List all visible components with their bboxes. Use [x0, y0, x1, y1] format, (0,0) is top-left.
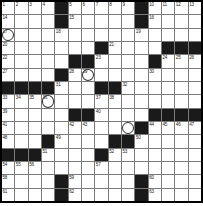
- cell-r7c10[interactable]: 32: [122, 82, 134, 94]
- cell-r2c8[interactable]: [95, 15, 107, 27]
- cell-r11c15[interactable]: [189, 135, 201, 147]
- cell-r14c7[interactable]: [82, 175, 94, 187]
- cell-r4c6[interactable]: [69, 42, 81, 54]
- cell-r14c9[interactable]: [109, 175, 121, 187]
- cell-r6c6[interactable]: 28: [69, 69, 81, 81]
- clue-number: 2: [16, 2, 18, 7]
- cell-r6c14[interactable]: [175, 69, 187, 81]
- clue-number: 24: [162, 55, 167, 60]
- cell-r4c12[interactable]: [149, 42, 161, 54]
- clue-number: 37: [96, 95, 101, 100]
- cell-r13c14[interactable]: [175, 162, 187, 174]
- cell-r2c15[interactable]: [189, 15, 201, 27]
- cell-r2c6[interactable]: 15: [69, 15, 81, 27]
- cell-r3c7[interactable]: [82, 29, 94, 41]
- cell-r12c8: [95, 149, 107, 161]
- cell-r10c1[interactable]: 41: [2, 122, 14, 134]
- cell-r6c3[interactable]: [29, 69, 41, 81]
- clue-number: 16: [149, 15, 154, 20]
- cell-r3c15[interactable]: [189, 29, 201, 41]
- cell-r7c6[interactable]: [69, 82, 81, 94]
- cell-r1c3[interactable]: 3: [29, 2, 41, 14]
- cell-r12c7[interactable]: [82, 149, 94, 161]
- cell-r2c13[interactable]: [162, 15, 174, 27]
- cell-r3c12[interactable]: [149, 29, 161, 41]
- cell-r6c8[interactable]: [95, 69, 107, 81]
- cell-r7c12[interactable]: [149, 82, 161, 94]
- cell-r1c2[interactable]: 2: [15, 2, 27, 14]
- crossword-grid: 1234567891011121314151617181920212223242…: [0, 0, 203, 203]
- clue-number: 18: [56, 29, 61, 34]
- cell-r4c5[interactable]: [55, 42, 67, 54]
- cell-r7c8: [95, 82, 107, 94]
- cell-r13c11[interactable]: [135, 162, 147, 174]
- cell-r14c1[interactable]: 58: [2, 175, 14, 187]
- cell-r13c8[interactable]: 57: [95, 162, 107, 174]
- clue-number: 63: [149, 189, 154, 194]
- cell-r15c5: [55, 189, 67, 201]
- cell-r9c11[interactable]: [135, 109, 147, 121]
- cell-r13c12[interactable]: [149, 162, 161, 174]
- cell-r15c8[interactable]: [95, 189, 107, 201]
- cell-r15c15[interactable]: [189, 189, 201, 201]
- clue-number: 19: [136, 29, 141, 34]
- cell-r7c2: [15, 82, 27, 94]
- cell-r1c1[interactable]: 1: [2, 2, 14, 14]
- cell-r1c9[interactable]: 8: [109, 2, 121, 14]
- clue-number: 53: [122, 149, 127, 154]
- cell-r8c11[interactable]: [135, 95, 147, 107]
- cell-r3c9[interactable]: [109, 29, 121, 41]
- cell-r10c5[interactable]: [55, 122, 67, 134]
- cell-r2c5: [55, 15, 67, 27]
- cell-r7c14[interactable]: [175, 82, 187, 94]
- clue-number: 1: [3, 2, 5, 7]
- cell-r9c5[interactable]: [55, 109, 67, 121]
- cell-r4c7[interactable]: [82, 42, 94, 54]
- cell-r11c13[interactable]: [162, 135, 174, 147]
- clue-number: 14: [3, 15, 8, 20]
- cell-r14c8[interactable]: [95, 175, 107, 187]
- clue-number: 42: [69, 122, 74, 127]
- cell-r4c8: [95, 42, 107, 54]
- cell-r6c4[interactable]: [42, 69, 54, 81]
- clue-number: 13: [189, 2, 194, 7]
- cell-r10c4[interactable]: [42, 122, 54, 134]
- cell-r13c1[interactable]: 54: [2, 162, 14, 174]
- cell-r11c9: [109, 135, 121, 147]
- cell-r10c14[interactable]: 46: [175, 122, 187, 134]
- cell-r4c9[interactable]: 21: [109, 42, 121, 54]
- clue-number: 48: [3, 135, 8, 140]
- clue-number: 23: [96, 55, 101, 60]
- cell-r14c4[interactable]: [42, 175, 54, 187]
- clue-number: 34: [16, 95, 21, 100]
- cell-r2c11: [135, 15, 147, 27]
- cell-r1c7[interactable]: 6: [82, 2, 94, 14]
- cell-r1c12[interactable]: 10: [149, 2, 161, 14]
- clue-number: 25: [176, 55, 181, 60]
- cell-r14c12[interactable]: 60: [149, 175, 161, 187]
- cell-r12c9[interactable]: 52: [109, 149, 121, 161]
- cell-r8c9[interactable]: 38: [109, 95, 121, 107]
- cell-r15c4[interactable]: [42, 189, 54, 201]
- cell-r4c2[interactable]: [15, 42, 27, 54]
- cell-r15c2[interactable]: [15, 189, 27, 201]
- cell-r12c2: [15, 149, 27, 161]
- cell-r5c1[interactable]: 22: [2, 55, 14, 67]
- cell-r2c7[interactable]: [82, 15, 94, 27]
- cell-r5c2[interactable]: [15, 55, 27, 67]
- cell-r12c12[interactable]: [149, 149, 161, 161]
- cell-r1c10[interactable]: 9: [122, 2, 134, 14]
- cell-r6c10[interactable]: [122, 69, 134, 81]
- cell-r13c9[interactable]: [109, 162, 121, 174]
- cell-r15c9[interactable]: [109, 189, 121, 201]
- clue-number: 47: [189, 122, 194, 127]
- cell-r2c12[interactable]: 16: [149, 15, 161, 27]
- cell-r3c6[interactable]: [69, 29, 81, 41]
- cell-r3c1[interactable]: 17: [2, 29, 14, 41]
- cell-r15c11: [135, 189, 147, 201]
- circle-icon: [122, 122, 134, 134]
- cell-r7c11[interactable]: [135, 82, 147, 94]
- cell-r2c9[interactable]: [109, 15, 121, 27]
- clue-number: 15: [69, 15, 74, 20]
- cell-r15c7[interactable]: [82, 189, 94, 201]
- clue-number: 32: [122, 82, 127, 87]
- cell-r10c9[interactable]: [109, 122, 121, 134]
- cell-r13c3[interactable]: 56: [29, 162, 41, 174]
- cell-r9c13: [162, 109, 174, 121]
- cell-r10c15[interactable]: 47: [189, 122, 201, 134]
- cell-r4c1[interactable]: 20: [2, 42, 14, 54]
- cell-r8c1[interactable]: 33: [2, 95, 14, 107]
- clue-number: 61: [3, 189, 8, 194]
- cell-r1c5: [55, 2, 67, 14]
- cell-r14c11: [135, 175, 147, 187]
- cell-r5c14[interactable]: 25: [175, 55, 187, 67]
- cell-r9c7: [82, 109, 94, 121]
- cell-r10c8[interactable]: [95, 122, 107, 134]
- cell-r14c2[interactable]: [15, 175, 27, 187]
- cell-r5c13[interactable]: 24: [162, 55, 174, 67]
- cell-r8c2[interactable]: 34: [15, 95, 27, 107]
- cell-r15c12[interactable]: 63: [149, 189, 161, 201]
- cell-r15c6[interactable]: 62: [69, 189, 81, 201]
- cell-r11c5[interactable]: 49: [55, 135, 67, 147]
- cell-r2c14[interactable]: [175, 15, 187, 27]
- cell-r12c14[interactable]: [175, 149, 187, 161]
- cell-r2c1[interactable]: 14: [2, 15, 14, 27]
- cell-r7c9: [109, 82, 121, 94]
- clue-number: 40: [96, 109, 101, 114]
- cell-r15c13[interactable]: [162, 189, 174, 201]
- clue-number: 21: [109, 42, 114, 47]
- cell-r1c14[interactable]: 12: [175, 2, 187, 14]
- cell-r6c1[interactable]: 27: [2, 69, 14, 81]
- cell-r5c12: [149, 55, 161, 67]
- cell-r6c15[interactable]: [189, 69, 201, 81]
- cell-r6c11[interactable]: [135, 69, 147, 81]
- cell-r11c2[interactable]: [15, 135, 27, 147]
- cell-r12c5[interactable]: [55, 149, 67, 161]
- clue-number: 51: [42, 149, 47, 154]
- cell-r9c8[interactable]: 40: [95, 109, 107, 121]
- cell-r11c7[interactable]: [82, 135, 94, 147]
- cell-r8c5[interactable]: [55, 95, 67, 107]
- cell-r14c15[interactable]: [189, 175, 201, 187]
- cell-r1c8[interactable]: 7: [95, 2, 107, 14]
- cell-r8c6[interactable]: [69, 95, 81, 107]
- cell-r6c5: [55, 69, 67, 81]
- clue-number: 36: [42, 95, 47, 100]
- clue-number: 26: [189, 55, 194, 60]
- cell-r3c5[interactable]: 18: [55, 29, 67, 41]
- clue-number: 20: [3, 42, 8, 47]
- cell-r11c8[interactable]: [95, 135, 107, 147]
- clue-number: 31: [56, 82, 61, 87]
- cell-r11c4: [42, 135, 54, 147]
- cell-r6c7[interactable]: 29: [82, 69, 94, 81]
- clue-number: 35: [29, 95, 34, 100]
- cell-r14c14[interactable]: [175, 175, 187, 187]
- clue-number: 43: [82, 122, 87, 127]
- cell-r9c4[interactable]: [42, 109, 54, 121]
- clue-number: 57: [96, 162, 101, 167]
- cell-r14c3[interactable]: [29, 175, 41, 187]
- cell-r5c7: [82, 55, 94, 67]
- clue-number: 52: [109, 149, 114, 154]
- cell-r13c13[interactable]: [162, 162, 174, 174]
- cell-r10c6[interactable]: 42: [69, 122, 81, 134]
- cell-r5c3[interactable]: [29, 55, 41, 67]
- cell-r13c5[interactable]: [55, 162, 67, 174]
- cell-r2c2[interactable]: [15, 15, 27, 27]
- cell-r10c12[interactable]: 44: [149, 122, 161, 134]
- clue-number: 56: [29, 162, 34, 167]
- cell-r9c10[interactable]: [122, 109, 134, 121]
- clue-number: 3: [29, 2, 31, 7]
- cell-r3c8[interactable]: [95, 29, 107, 41]
- cell-r9c9[interactable]: [109, 109, 121, 121]
- crossword-page: 1234567891011121314151617181920212223242…: [0, 0, 203, 206]
- cell-r11c12[interactable]: [149, 135, 161, 147]
- cell-r11c14[interactable]: [175, 135, 187, 147]
- cell-r1c11: [135, 2, 147, 14]
- cell-r10c7[interactable]: 43: [82, 122, 94, 134]
- cell-r13c15[interactable]: [189, 162, 201, 174]
- cell-r15c10[interactable]: [122, 189, 134, 201]
- cell-r12c6[interactable]: [69, 149, 81, 161]
- clue-number: 50: [136, 135, 141, 140]
- clue-number: 6: [82, 2, 84, 7]
- cell-r15c14[interactable]: [175, 189, 187, 201]
- cell-r7c1: [2, 82, 14, 94]
- clue-number: 46: [176, 122, 181, 127]
- cell-r7c15[interactable]: [189, 82, 201, 94]
- clue-number: 12: [176, 2, 181, 7]
- cell-r4c3[interactable]: [29, 42, 41, 54]
- clue-number: 44: [149, 122, 154, 127]
- cell-r12c11[interactable]: [135, 149, 147, 161]
- cell-r10c10[interactable]: [122, 122, 134, 134]
- cell-r3c2[interactable]: [15, 29, 27, 41]
- clue-number: 5: [69, 2, 71, 7]
- cell-r7c3: [29, 82, 41, 94]
- cell-r7c7[interactable]: [82, 82, 94, 94]
- cell-r5c15[interactable]: 26: [189, 55, 201, 67]
- cell-r2c3[interactable]: [29, 15, 41, 27]
- clue-number: 7: [96, 2, 98, 7]
- cell-r6c2[interactable]: [15, 69, 27, 81]
- cell-r3c14[interactable]: [175, 29, 187, 41]
- cell-r6c9[interactable]: [109, 69, 121, 81]
- cell-r3c13[interactable]: [162, 29, 174, 41]
- cell-r9c14: [175, 109, 187, 121]
- cell-r10c13[interactable]: 45: [162, 122, 174, 134]
- cell-r9c15: [189, 109, 201, 121]
- cell-r3c4[interactable]: [42, 29, 54, 41]
- cell-r5c6: [69, 55, 81, 67]
- cell-r7c5[interactable]: 31: [55, 82, 67, 94]
- clue-number: 39: [3, 109, 8, 114]
- cell-r8c12[interactable]: [149, 95, 161, 107]
- cell-r2c4[interactable]: [42, 15, 54, 27]
- cell-r12c4[interactable]: 51: [42, 149, 54, 161]
- cell-r8c14[interactable]: [175, 95, 187, 107]
- cell-r9c3[interactable]: [29, 109, 41, 121]
- clue-number: 54: [3, 162, 8, 167]
- cell-r10c3[interactable]: [29, 122, 41, 134]
- clue-number: 29: [82, 69, 87, 74]
- clue-number: 33: [3, 95, 8, 100]
- cell-r5c9[interactable]: [109, 55, 121, 67]
- cell-r3c10[interactable]: [122, 29, 134, 41]
- cell-r13c6[interactable]: [69, 162, 81, 174]
- cell-r8c10[interactable]: [122, 95, 134, 107]
- clue-number: 58: [3, 175, 8, 180]
- cell-r13c7[interactable]: [82, 162, 94, 174]
- cell-r5c4[interactable]: [42, 55, 54, 67]
- cell-r7c4: [42, 82, 54, 94]
- cell-r6c13[interactable]: [162, 69, 174, 81]
- cell-r4c4[interactable]: [42, 42, 54, 54]
- cell-r11c10: [122, 135, 134, 147]
- cell-r12c13[interactable]: [162, 149, 174, 161]
- cell-r12c3: [29, 149, 41, 161]
- cell-r13c10[interactable]: [122, 162, 134, 174]
- cell-r15c1[interactable]: 61: [2, 189, 14, 201]
- cell-r10c11: [135, 122, 147, 134]
- clue-number: 38: [109, 95, 114, 100]
- clue-number: 4: [42, 2, 44, 7]
- cell-r8c3[interactable]: 35: [29, 95, 41, 107]
- cell-r1c4[interactable]: 4: [42, 2, 54, 14]
- cell-r12c10[interactable]: 53: [122, 149, 134, 161]
- cell-r8c7[interactable]: [82, 95, 94, 107]
- cell-r13c2[interactable]: 55: [15, 162, 27, 174]
- clue-number: 8: [109, 2, 111, 7]
- cell-r11c6[interactable]: [69, 135, 81, 147]
- cell-r2c10[interactable]: [122, 15, 134, 27]
- cell-r13c4[interactable]: [42, 162, 54, 174]
- cell-r11c3[interactable]: [29, 135, 41, 147]
- clue-number: 41: [3, 122, 8, 127]
- cell-r1c6[interactable]: 5: [69, 2, 81, 14]
- clue-number: 17: [3, 29, 8, 34]
- cell-r4c14: [175, 42, 187, 54]
- cell-r5c10[interactable]: [122, 55, 134, 67]
- cell-r9c12: [149, 109, 161, 121]
- cell-r14c5: [55, 175, 67, 187]
- cell-r4c15: [189, 42, 201, 54]
- clue-number: 9: [122, 2, 124, 7]
- cell-r9c1[interactable]: 39: [2, 109, 14, 121]
- cell-r14c6[interactable]: 59: [69, 175, 81, 187]
- cell-r1c13[interactable]: 11: [162, 2, 174, 14]
- clue-number: 62: [69, 189, 74, 194]
- cell-r9c6: [69, 109, 81, 121]
- clue-number: 28: [69, 69, 74, 74]
- clue-number: 49: [56, 135, 61, 140]
- cell-r5c11[interactable]: [135, 55, 147, 67]
- cell-r4c10[interactable]: [122, 42, 134, 54]
- cell-r11c1[interactable]: 48: [2, 135, 14, 147]
- cell-r12c1: [2, 149, 14, 161]
- clue-number: 60: [149, 175, 154, 180]
- cell-r14c10[interactable]: [122, 175, 134, 187]
- cell-r15c3[interactable]: [29, 189, 41, 201]
- clue-number: 45: [162, 122, 167, 127]
- cell-r1c15[interactable]: 13: [189, 2, 201, 14]
- clue-number: 59: [69, 175, 74, 180]
- cell-r8c13[interactable]: [162, 95, 174, 107]
- clue-number: 30: [149, 69, 154, 74]
- cell-r5c5[interactable]: [55, 55, 67, 67]
- clue-number: 11: [162, 2, 166, 7]
- clue-number: 55: [16, 162, 21, 167]
- cell-r11c11[interactable]: 50: [135, 135, 147, 147]
- cell-r4c11[interactable]: [135, 42, 147, 54]
- clue-number: 27: [3, 69, 8, 74]
- cell-r8c15[interactable]: [189, 95, 201, 107]
- cell-r3c3[interactable]: [29, 29, 41, 41]
- cell-r8c4[interactable]: 36: [42, 95, 54, 107]
- cell-r3c11[interactable]: 19: [135, 29, 147, 41]
- cell-r5c8[interactable]: 23: [95, 55, 107, 67]
- cell-r9c2[interactable]: [15, 109, 27, 121]
- cell-r6c12[interactable]: 30: [149, 69, 161, 81]
- cell-r4c13: [162, 42, 174, 54]
- cell-r7c13[interactable]: [162, 82, 174, 94]
- cell-r14c13[interactable]: [162, 175, 174, 187]
- cell-r8c8[interactable]: 37: [95, 95, 107, 107]
- clue-number: 22: [3, 55, 8, 60]
- cell-r12c15[interactable]: [189, 149, 201, 161]
- clue-number: 10: [149, 2, 154, 7]
- cell-r10c2[interactable]: [15, 122, 27, 134]
